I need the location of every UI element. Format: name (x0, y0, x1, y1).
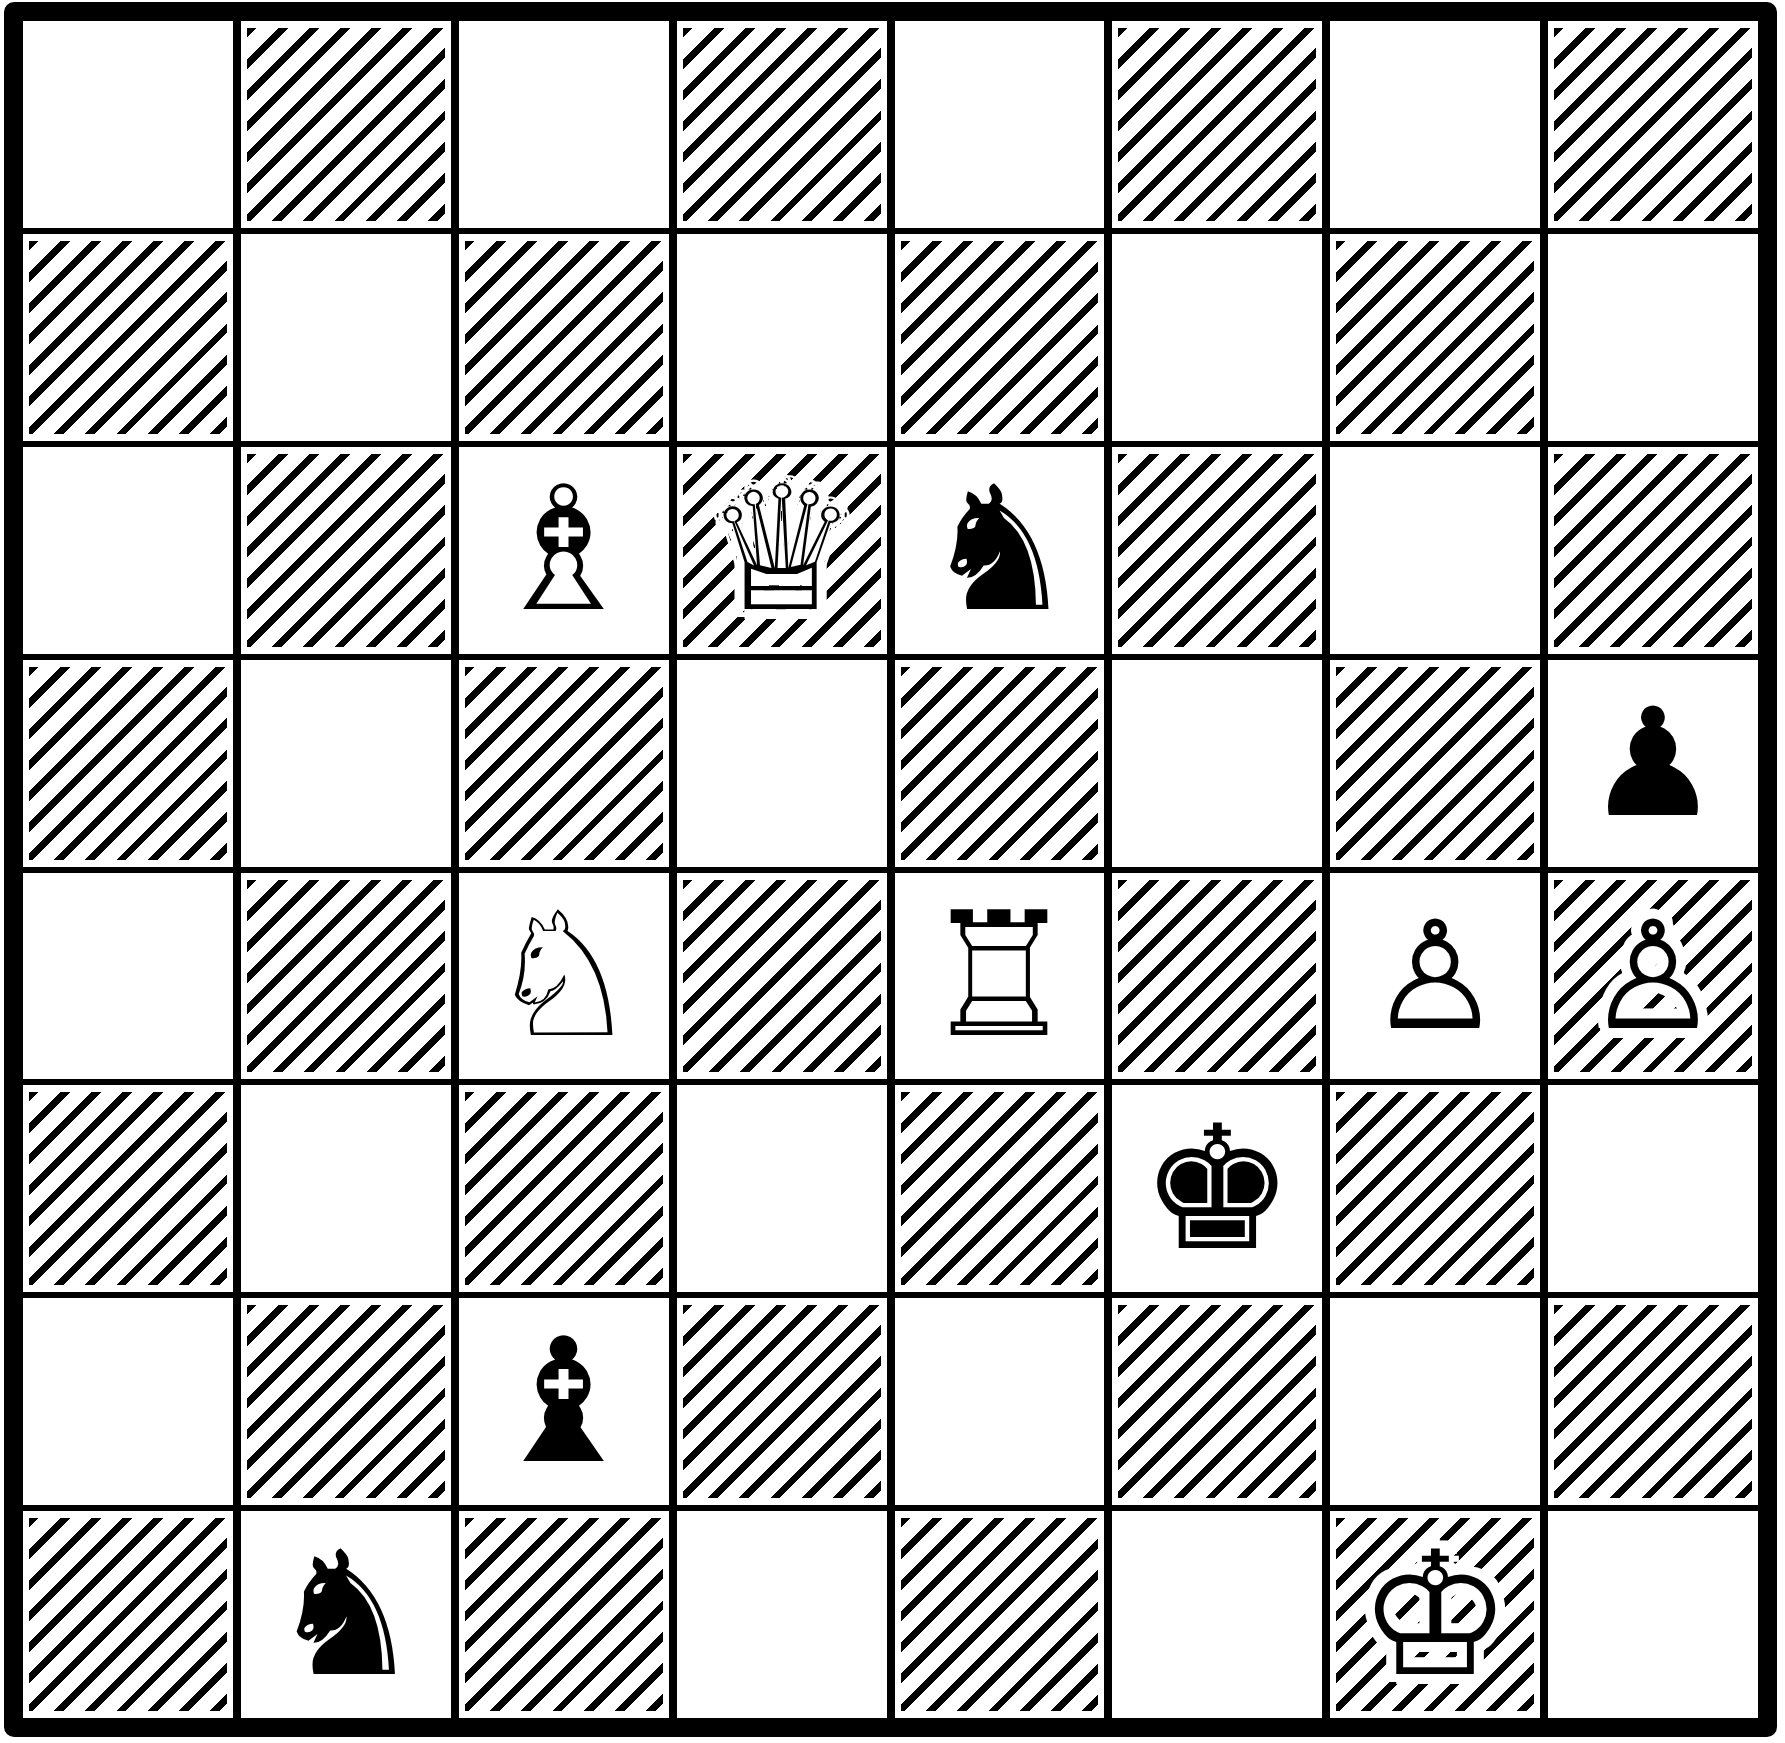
white-queen-d6: ♕ (704, 464, 858, 636)
chess-book-diagram: ♗♕♞♟♘♖♙♙♚♝♞♔ (0, 0, 1785, 1743)
white-knight-c4: ♘ (487, 890, 641, 1062)
square-f1 (1112, 1511, 1322, 1718)
square-d7 (677, 234, 887, 441)
square-b1: ♞ (241, 1511, 451, 1718)
square-e7 (895, 234, 1105, 441)
square-d2 (677, 1298, 887, 1505)
square-e2 (895, 1298, 1105, 1505)
black-pawn-h5: ♟ (1586, 688, 1720, 838)
square-d4 (677, 873, 887, 1080)
board-frame: ♗♕♞♟♘♖♙♙♚♝♞♔ (4, 2, 1777, 1737)
square-f6 (1112, 447, 1322, 654)
chess-board: ♗♕♞♟♘♖♙♙♚♝♞♔ (23, 21, 1758, 1718)
square-c5 (459, 660, 669, 867)
square-h2 (1548, 1298, 1758, 1505)
square-e4: ♖ (895, 873, 1105, 1080)
square-d3 (677, 1085, 887, 1292)
square-h6 (1548, 447, 1758, 654)
square-f5 (1112, 660, 1322, 867)
white-pawn-h4: ♙ (1586, 901, 1720, 1051)
square-e1 (895, 1511, 1105, 1718)
square-b3 (241, 1085, 451, 1292)
square-c6: ♗ (459, 447, 669, 654)
square-f7 (1112, 234, 1322, 441)
black-king-f3: ♚ (1140, 1103, 1294, 1275)
square-h4: ♙ (1548, 873, 1758, 1080)
square-g1: ♔ (1330, 1511, 1540, 1718)
square-b7 (241, 234, 451, 441)
square-f8 (1112, 21, 1322, 228)
square-d5 (677, 660, 887, 867)
square-b2 (241, 1298, 451, 1505)
square-h5: ♟ (1548, 660, 1758, 867)
square-a5 (23, 660, 233, 867)
square-a2 (23, 1298, 233, 1505)
square-f2 (1112, 1298, 1322, 1505)
square-g4: ♙ (1330, 873, 1540, 1080)
square-g2 (1330, 1298, 1540, 1505)
square-e6: ♞ (895, 447, 1105, 654)
square-c4: ♘ (459, 873, 669, 1080)
square-h1 (1548, 1511, 1758, 1718)
square-g3 (1330, 1085, 1540, 1292)
square-c2: ♝ (459, 1298, 669, 1505)
square-b8 (241, 21, 451, 228)
square-g7 (1330, 234, 1540, 441)
square-b6 (241, 447, 451, 654)
square-c3 (459, 1085, 669, 1292)
square-b5 (241, 660, 451, 867)
square-b4 (241, 873, 451, 1080)
square-a1 (23, 1511, 233, 1718)
white-bishop-c6: ♗ (487, 464, 641, 636)
square-c1 (459, 1511, 669, 1718)
square-a6 (23, 447, 233, 654)
square-a7 (23, 234, 233, 441)
square-f4 (1112, 873, 1322, 1080)
square-e5 (895, 660, 1105, 867)
white-rook-e4: ♖ (922, 890, 1076, 1062)
black-knight-e6: ♞ (922, 464, 1076, 636)
square-h8 (1548, 21, 1758, 228)
square-d6: ♕ (677, 447, 887, 654)
square-e3 (895, 1085, 1105, 1292)
square-a8 (23, 21, 233, 228)
square-f3: ♚ (1112, 1085, 1322, 1292)
square-g8 (1330, 21, 1540, 228)
square-c8 (459, 21, 669, 228)
square-a3 (23, 1085, 233, 1292)
square-c7 (459, 234, 669, 441)
black-knight-b1: ♞ (269, 1529, 423, 1701)
black-bishop-c2: ♝ (487, 1316, 641, 1488)
square-g6 (1330, 447, 1540, 654)
square-h7 (1548, 234, 1758, 441)
square-h3 (1548, 1085, 1758, 1292)
white-pawn-g4: ♙ (1368, 901, 1502, 1051)
square-d1 (677, 1511, 887, 1718)
square-d8 (677, 21, 887, 228)
white-king-g1: ♔ (1358, 1529, 1512, 1701)
square-a4 (23, 873, 233, 1080)
square-e8 (895, 21, 1105, 228)
square-g5 (1330, 660, 1540, 867)
